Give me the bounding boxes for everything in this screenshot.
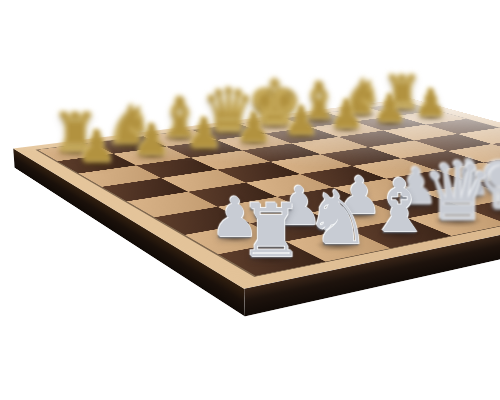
piece-black-pawn-c7: ♟	[185, 112, 222, 153]
piece-black-pawn-g7: ♟	[373, 90, 407, 128]
piece-black-pawn-f7: ♟	[329, 95, 364, 134]
piece-black-pawn-d7: ♟	[236, 107, 272, 147]
piece-black-pawn-e7: ♟	[284, 101, 319, 140]
piece-white-bishop-c1: ♝	[367, 169, 433, 242]
piece-white-rook-a1: ♜	[238, 194, 304, 267]
piece-black-pawn-a7: ♟	[77, 125, 116, 169]
pieces-layer: ♜♞♝♛♚♝♞♜♟♟♟♟♟♟♟♟♟♟♟♟♟♟♟♟♜♞♝♛♚♝♞♜	[0, 0, 500, 400]
piece-white-knight-b1: ♞	[305, 181, 371, 254]
piece-black-pawn-h7: ♟	[415, 85, 448, 122]
piece-black-pawn-b7: ♟	[133, 119, 171, 161]
product-photo-frame: ♜♞♝♛♚♝♞♜♟♟♟♟♟♟♟♟♟♟♟♟♟♟♟♟♜♞♝♛♚♝♞♜	[0, 0, 500, 400]
